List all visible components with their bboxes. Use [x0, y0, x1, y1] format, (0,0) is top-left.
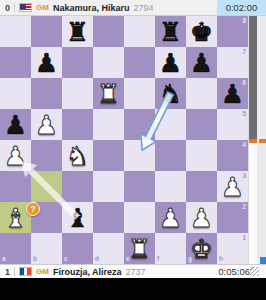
mistake-badge: ?: [26, 202, 40, 216]
square-g1[interactable]: g♚: [186, 233, 217, 264]
square-c3[interactable]: [62, 171, 93, 202]
chess-board[interactable]: ♜♜♚8♟♟♟7♜♞6♟♟♟5♟♞43♟♝♝♟♟2abcde♜fg♚1h: [0, 16, 248, 264]
square-c8[interactable]: ♜: [62, 16, 93, 47]
square-e4[interactable]: [124, 140, 155, 171]
rank-label-2: 2: [242, 204, 246, 211]
player-name-white[interactable]: Firouzja, Alireza: [53, 267, 122, 277]
square-d2[interactable]: [93, 202, 124, 233]
gm-title-white: GM: [36, 267, 49, 276]
piece-black-pawn-g7[interactable]: ♟: [186, 47, 217, 78]
rank-label-6: 6: [242, 80, 246, 87]
square-e3[interactable]: [124, 171, 155, 202]
square-h4[interactable]: 4: [217, 140, 248, 171]
square-h5[interactable]: 5: [217, 109, 248, 140]
square-c1[interactable]: c: [62, 233, 93, 264]
scroll-marker-tick: [259, 139, 266, 143]
rank-label-1: 1: [242, 235, 246, 242]
square-c6[interactable]: [62, 78, 93, 109]
square-d3[interactable]: [93, 171, 124, 202]
eval-bar: [248, 16, 257, 264]
file-label-f: f: [157, 256, 159, 263]
match-score-black: 0: [5, 3, 10, 13]
piece-white-pawn-b5[interactable]: ♟: [31, 109, 62, 140]
piece-white-pawn-g2[interactable]: ♟: [186, 202, 217, 233]
piece-black-rook-f8[interactable]: ♜: [155, 16, 186, 47]
square-e5[interactable]: [124, 109, 155, 140]
square-g8[interactable]: ♚: [186, 16, 217, 47]
file-label-e: e: [126, 256, 130, 263]
square-h8[interactable]: 8: [217, 16, 248, 47]
square-g4[interactable]: [186, 140, 217, 171]
scrollbar-gutter[interactable]: [257, 16, 266, 264]
square-g2[interactable]: ♟: [186, 202, 217, 233]
rank-label-4: 4: [242, 142, 246, 149]
square-e6[interactable]: [124, 78, 155, 109]
square-g5[interactable]: [186, 109, 217, 140]
broadcast-window: 0 GM Nakamura, Hikaru 2794 0:02:00 ♜♜♚8♟…: [0, 0, 266, 300]
resize-handle-icon[interactable]: [250, 267, 259, 276]
separator: [14, 3, 15, 12]
piece-black-knight-f6[interactable]: ♞: [155, 78, 186, 109]
square-b6[interactable]: [31, 78, 62, 109]
piece-white-rook-d6[interactable]: ♜: [93, 78, 124, 109]
square-f6[interactable]: ♞: [155, 78, 186, 109]
piece-white-pawn-f2[interactable]: ♟: [155, 202, 186, 233]
piece-black-pawn-f7[interactable]: ♟: [155, 47, 186, 78]
square-f8[interactable]: ♜: [155, 16, 186, 47]
square-h6[interactable]: 6♟: [217, 78, 248, 109]
square-d5[interactable]: [93, 109, 124, 140]
file-label-b: b: [33, 256, 37, 263]
square-a6[interactable]: [0, 78, 31, 109]
square-a7[interactable]: [0, 47, 31, 78]
black-letterbox: [0, 278, 266, 300]
gm-title-black: GM: [36, 3, 49, 12]
rank-label-3: 3: [242, 173, 246, 180]
square-f5[interactable]: [155, 109, 186, 140]
fr-flag-icon: [19, 267, 32, 276]
square-e7[interactable]: [124, 47, 155, 78]
square-f7[interactable]: ♟: [155, 47, 186, 78]
square-c2[interactable]: ♝: [62, 202, 93, 233]
square-f3[interactable]: [155, 171, 186, 202]
square-b4[interactable]: [31, 140, 62, 171]
player-bar-black: 0 GM Nakamura, Hikaru 2794 0:02:00: [0, 0, 266, 16]
eval-bar-black-part: [249, 16, 257, 139]
square-a4[interactable]: ♟: [0, 140, 31, 171]
square-a1[interactable]: a: [0, 233, 31, 264]
square-b3[interactable]: [31, 171, 62, 202]
square-e2[interactable]: [124, 202, 155, 233]
square-d8[interactable]: [93, 16, 124, 47]
piece-black-rook-c8[interactable]: ♜: [62, 16, 93, 47]
square-b7[interactable]: ♟: [31, 47, 62, 78]
file-label-h: h: [219, 256, 223, 263]
rank-label-8: 8: [242, 18, 246, 25]
square-h2[interactable]: 2: [217, 202, 248, 233]
player-name-black[interactable]: Nakamura, Hikaru: [53, 3, 130, 13]
square-a3[interactable]: [0, 171, 31, 202]
rank-label-5: 5: [242, 111, 246, 118]
square-g7[interactable]: ♟: [186, 47, 217, 78]
piece-black-pawn-a5[interactable]: ♟: [0, 109, 31, 140]
square-d4[interactable]: [93, 140, 124, 171]
piece-white-knight-c4[interactable]: ♞: [62, 140, 93, 171]
square-c4[interactable]: ♞: [62, 140, 93, 171]
us-flag-icon: [19, 3, 32, 12]
file-label-g: g: [188, 256, 192, 263]
square-h3[interactable]: 3♟: [217, 171, 248, 202]
square-g6[interactable]: [186, 78, 217, 109]
square-c5[interactable]: [62, 109, 93, 140]
file-label-c: c: [64, 256, 68, 263]
square-g3[interactable]: [186, 171, 217, 202]
match-score-white: 1: [5, 267, 10, 277]
square-b8[interactable]: [31, 16, 62, 47]
rank-label-7: 7: [242, 49, 246, 56]
eval-bar-marker: [249, 139, 257, 143]
file-label-d: d: [95, 256, 99, 263]
square-f2[interactable]: ♟: [155, 202, 186, 233]
square-h1[interactable]: 1h: [217, 233, 248, 264]
square-h7[interactable]: 7: [217, 47, 248, 78]
square-e1[interactable]: e♜: [124, 233, 155, 264]
square-d6[interactable]: ♜: [93, 78, 124, 109]
separator: [14, 267, 15, 276]
player-rating-white: 2737: [126, 267, 146, 277]
square-d7[interactable]: [93, 47, 124, 78]
square-c7[interactable]: [62, 47, 93, 78]
piece-white-pawn-a4[interactable]: ♟: [0, 140, 31, 171]
square-b1[interactable]: b: [31, 233, 62, 264]
square-e8[interactable]: [124, 16, 155, 47]
player-rating-black: 2794: [133, 3, 153, 13]
square-a8[interactable]: [0, 16, 31, 47]
piece-black-pawn-b7[interactable]: ♟: [31, 47, 62, 78]
square-f1[interactable]: f: [155, 233, 186, 264]
square-b5[interactable]: ♟: [31, 109, 62, 140]
file-label-a: a: [2, 256, 6, 263]
square-a5[interactable]: ♟: [0, 109, 31, 140]
square-f4[interactable]: [155, 140, 186, 171]
square-d1[interactable]: d: [93, 233, 124, 264]
player-bar-white: 1 GM Firouzja, Alireza 2737 0:05:06: [0, 264, 266, 278]
clock-black: 0:02:00: [217, 0, 266, 15]
piece-black-king-g8[interactable]: ♚: [186, 16, 217, 47]
piece-black-bishop-c2[interactable]: ♝: [62, 202, 93, 233]
